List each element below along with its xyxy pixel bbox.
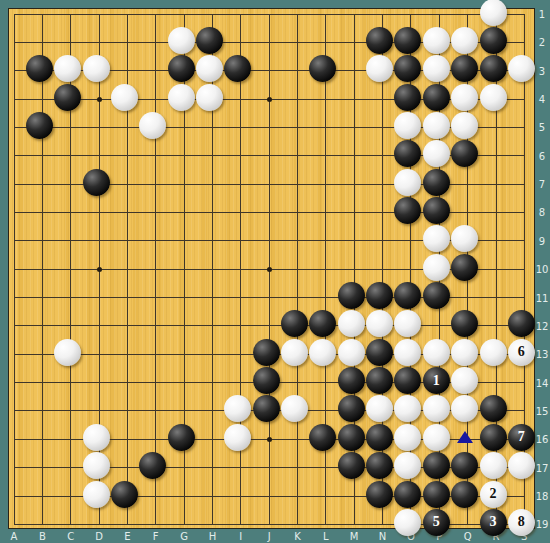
row-label-15: 15 (536, 405, 549, 416)
white-stone (423, 339, 450, 366)
black-stone (423, 84, 450, 111)
white-stone (394, 169, 421, 196)
white-stone (480, 84, 507, 111)
move-number-label: 2 (480, 481, 507, 508)
black-stone (451, 481, 478, 508)
black-stone (451, 254, 478, 281)
black-stone (394, 481, 421, 508)
black-stone (309, 424, 336, 451)
black-stone (366, 27, 393, 54)
white-stone (508, 55, 535, 82)
row-label-16: 16 (536, 434, 549, 445)
black-stone (83, 169, 110, 196)
white-stone (423, 112, 450, 139)
black-stone (168, 55, 195, 82)
row-label-18: 18 (536, 490, 549, 501)
white-stone (480, 339, 507, 366)
row-label-5: 5 (539, 122, 545, 133)
column-label-n: N (379, 531, 386, 542)
go-app-window: 6172538ABCDEFGHIJKLMNOPQRS12345678910111… (0, 0, 550, 543)
row-label-19: 19 (536, 519, 549, 530)
column-label-e: E (124, 531, 130, 542)
row-label-9: 9 (539, 235, 545, 246)
row-label-12: 12 (536, 320, 549, 331)
white-stone (224, 424, 251, 451)
column-label-m: M (350, 531, 359, 542)
black-stone (338, 282, 365, 309)
row-label-17: 17 (536, 462, 549, 473)
white-stone (83, 55, 110, 82)
black-stone (480, 27, 507, 54)
black-stone (196, 27, 223, 54)
white-stone (451, 339, 478, 366)
star-point (97, 267, 102, 272)
white-stone (83, 481, 110, 508)
white-stone (451, 27, 478, 54)
white-stone (394, 509, 421, 536)
black-stone (423, 282, 450, 309)
row-label-6: 6 (539, 150, 545, 161)
column-label-a: A (11, 531, 18, 542)
column-label-k: K (294, 531, 301, 542)
black-stone (366, 452, 393, 479)
black-stone (338, 395, 365, 422)
black-stone (338, 424, 365, 451)
move-number-label: 7 (508, 424, 535, 451)
white-stone (196, 55, 223, 82)
black-stone (26, 55, 53, 82)
white-stone (338, 310, 365, 337)
row-label-1: 1 (539, 9, 545, 20)
column-label-f: F (153, 531, 159, 542)
white-stone (139, 112, 166, 139)
move-number-label: 5 (423, 509, 450, 536)
white-stone (54, 339, 81, 366)
black-stone (394, 84, 421, 111)
white-stone (480, 0, 507, 26)
black-stone (423, 169, 450, 196)
star-point (267, 267, 272, 272)
white-stone-move-8: 8 (508, 509, 535, 536)
black-stone (253, 395, 280, 422)
white-stone (83, 452, 110, 479)
column-label-c: C (67, 531, 74, 542)
white-stone (111, 84, 138, 111)
row-label-14: 14 (536, 377, 549, 388)
black-stone (423, 481, 450, 508)
white-stone (423, 424, 450, 451)
black-stone-move-5: 5 (423, 509, 450, 536)
row-label-7: 7 (539, 179, 545, 190)
column-label-q: Q (464, 531, 472, 542)
white-stone (451, 84, 478, 111)
black-stone (26, 112, 53, 139)
black-stone-move-1: 1 (423, 367, 450, 394)
row-label-4: 4 (539, 94, 545, 105)
black-stone (451, 452, 478, 479)
black-stone (54, 84, 81, 111)
white-stone (423, 225, 450, 252)
grid-line-horizontal (14, 325, 524, 326)
black-stone (480, 55, 507, 82)
row-label-10: 10 (536, 264, 549, 275)
column-label-h: H (209, 531, 217, 542)
white-stone (338, 339, 365, 366)
black-stone (338, 452, 365, 479)
row-label-11: 11 (536, 292, 549, 303)
move-number-label: 3 (480, 509, 507, 536)
white-stone (423, 395, 450, 422)
white-stone (423, 55, 450, 82)
white-stone (508, 452, 535, 479)
row-label-8: 8 (539, 207, 545, 218)
row-label-3: 3 (539, 65, 545, 76)
black-stone (366, 424, 393, 451)
white-stone (394, 424, 421, 451)
black-stone (366, 367, 393, 394)
white-stone (423, 140, 450, 167)
white-stone (83, 424, 110, 451)
white-stone (196, 84, 223, 111)
white-stone (451, 367, 478, 394)
white-stone (480, 452, 507, 479)
black-stone (480, 424, 507, 451)
white-stone-move-6: 6 (508, 339, 535, 366)
column-label-g: G (180, 531, 188, 542)
white-stone (309, 339, 336, 366)
star-point (267, 97, 272, 102)
black-stone (338, 367, 365, 394)
row-label-2: 2 (539, 37, 545, 48)
star-point (97, 97, 102, 102)
grid-line-vertical (297, 14, 298, 524)
white-stone (423, 27, 450, 54)
triangle-marker (457, 431, 473, 443)
white-stone (451, 112, 478, 139)
row-label-13: 13 (536, 349, 549, 360)
black-stone-move-7: 7 (508, 424, 535, 451)
star-point (267, 437, 272, 442)
white-stone (281, 339, 308, 366)
black-stone (480, 395, 507, 422)
move-number-label: 1 (423, 367, 450, 394)
white-stone (168, 84, 195, 111)
black-stone (423, 452, 450, 479)
column-label-i: I (239, 531, 242, 542)
black-stone (366, 339, 393, 366)
white-stone (423, 254, 450, 281)
black-stone-move-3: 3 (480, 509, 507, 536)
black-stone (253, 367, 280, 394)
column-label-b: B (39, 531, 46, 542)
white-stone-move-2: 2 (480, 481, 507, 508)
white-stone (168, 27, 195, 54)
column-label-j: J (268, 531, 271, 542)
black-stone (508, 310, 535, 337)
column-label-d: D (95, 531, 103, 542)
black-stone (366, 282, 393, 309)
black-stone (111, 481, 138, 508)
column-label-l: L (323, 531, 329, 542)
black-stone (168, 424, 195, 451)
black-stone (366, 481, 393, 508)
black-stone (253, 339, 280, 366)
move-number-label: 6 (508, 339, 535, 366)
move-number-label: 8 (508, 509, 535, 536)
black-stone (423, 197, 450, 224)
white-stone (394, 339, 421, 366)
